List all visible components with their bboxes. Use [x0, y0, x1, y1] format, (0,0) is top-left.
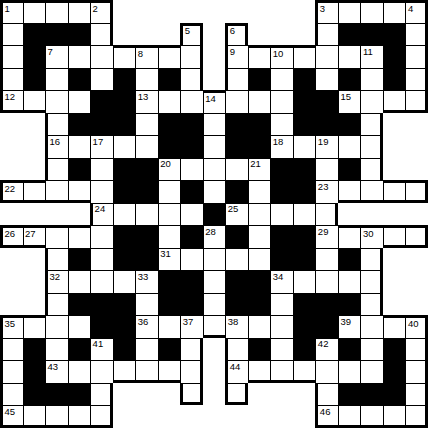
- white-cell-r10c2[interactable]: [45, 225, 68, 248]
- outside-area-r11c1: [23, 248, 46, 271]
- clue-number-27: 27: [25, 229, 36, 238]
- white-cell-r13c16[interactable]: [360, 293, 383, 316]
- black-cell-r5c4: [90, 113, 113, 136]
- white-cell-r15c0[interactable]: [0, 338, 23, 361]
- black-cell-r8c5: [113, 180, 136, 203]
- black-cell-r13c11: [248, 293, 271, 316]
- white-cell-r11c9[interactable]: [203, 248, 226, 271]
- clue-number-34: 34: [273, 272, 284, 281]
- white-cell-r16c10[interactable]: 44: [225, 360, 248, 383]
- outside-area-r18c6: [135, 405, 158, 428]
- white-cell-r3c14[interactable]: [315, 68, 338, 91]
- clue-number-29: 29: [318, 227, 329, 236]
- white-cell-r16c5[interactable]: [113, 360, 136, 383]
- outside-area-r16c9: [203, 360, 226, 383]
- white-cell-r4c0[interactable]: 12: [0, 90, 23, 113]
- black-cell-r13c3: [68, 293, 91, 316]
- white-cell-r11c7[interactable]: 31: [158, 248, 181, 271]
- white-cell-r0c3[interactable]: [68, 0, 91, 23]
- black-cell-r6c10: [225, 135, 248, 158]
- white-cell-r8c4[interactable]: [90, 180, 113, 203]
- white-cell-r7c2[interactable]: [45, 158, 68, 181]
- white-cell-r1c18[interactable]: [405, 23, 428, 46]
- white-cell-r9c10[interactable]: 25: [225, 203, 248, 226]
- white-cell-r4c12[interactable]: [270, 90, 293, 113]
- white-cell-r15c14[interactable]: 42: [315, 338, 338, 361]
- white-cell-r11c2[interactable]: [45, 248, 68, 271]
- outside-area-r1c11: [248, 23, 271, 46]
- black-cell-r11c6: [135, 248, 158, 271]
- clue-number-41: 41: [93, 339, 104, 348]
- white-cell-r2c0[interactable]: [0, 45, 23, 68]
- outside-area-r18c13: [293, 405, 316, 428]
- white-cell-r16c0[interactable]: [0, 360, 23, 383]
- white-cell-r12c12[interactable]: 34: [270, 270, 293, 293]
- black-cell-r12c10: [225, 270, 248, 293]
- white-cell-r14c15[interactable]: 39: [338, 315, 361, 338]
- black-cell-r7c6: [135, 158, 158, 181]
- white-cell-r2c3[interactable]: [68, 45, 91, 68]
- white-cell-r8c7[interactable]: [158, 180, 181, 203]
- white-cell-r18c18[interactable]: [405, 405, 428, 428]
- white-cell-r7c7[interactable]: 20: [158, 158, 181, 181]
- white-cell-r15c2[interactable]: [45, 338, 68, 361]
- white-cell-r4c11[interactable]: [248, 90, 271, 113]
- white-cell-r14c11[interactable]: [248, 315, 271, 338]
- white-cell-r4c1[interactable]: [23, 90, 46, 113]
- clue-number-3: 3: [320, 4, 325, 13]
- outside-area-r18c11: [248, 405, 271, 428]
- black-cell-r8c13: [293, 180, 316, 203]
- white-cell-r18c14[interactable]: 46: [315, 405, 338, 428]
- white-cell-r16c16[interactable]: [360, 360, 383, 383]
- white-cell-r4c8[interactable]: [180, 90, 203, 113]
- black-cell-r13c7: [158, 293, 181, 316]
- white-cell-r9c5[interactable]: [113, 203, 136, 226]
- outside-area-r9c2: [45, 203, 68, 226]
- white-cell-r18c16[interactable]: [360, 405, 383, 428]
- black-cell-r8c12: [270, 180, 293, 203]
- white-cell-r14c10[interactable]: 38: [225, 315, 248, 338]
- outside-area-r17c7: [158, 383, 181, 406]
- white-cell-r2c14[interactable]: [315, 45, 338, 68]
- black-cell-r15c11: [248, 338, 271, 361]
- clue-number-8: 8: [138, 49, 143, 58]
- white-cell-r9c13[interactable]: [293, 203, 316, 226]
- white-cell-r3c8[interactable]: [180, 68, 203, 91]
- white-cell-r14c17[interactable]: [383, 315, 406, 338]
- black-cell-r6c8: [180, 135, 203, 158]
- white-cell-r0c2[interactable]: [45, 0, 68, 23]
- black-cell-r2c17: [383, 45, 406, 68]
- white-cell-r0c16[interactable]: [360, 0, 383, 23]
- black-cell-r12c7: [158, 270, 181, 293]
- white-cell-r15c6[interactable]: [135, 338, 158, 361]
- white-cell-r18c1[interactable]: [23, 405, 46, 428]
- outside-area-r12c0: [0, 270, 23, 293]
- white-cell-r14c8[interactable]: 37: [180, 315, 203, 338]
- white-cell-r5c2[interactable]: [45, 113, 68, 136]
- clue-number-7: 7: [48, 47, 53, 56]
- white-cell-r10c1[interactable]: 27: [23, 225, 46, 248]
- white-cell-r7c14[interactable]: [315, 158, 338, 181]
- outside-area-r18c10: [225, 405, 248, 428]
- white-cell-r14c12[interactable]: [270, 315, 293, 338]
- white-cell-r15c16[interactable]: [360, 338, 383, 361]
- white-cell-r15c18[interactable]: [405, 338, 428, 361]
- white-cell-r0c4[interactable]: 2: [90, 0, 113, 23]
- white-cell-r15c4[interactable]: 41: [90, 338, 113, 361]
- white-cell-r12c13[interactable]: [293, 270, 316, 293]
- white-cell-r2c7[interactable]: [158, 45, 181, 68]
- white-cell-r14c7[interactable]: [158, 315, 181, 338]
- white-cell-r9c6[interactable]: [135, 203, 158, 226]
- black-cell-r17c15: [338, 383, 361, 406]
- clue-number-4: 4: [408, 4, 413, 13]
- white-cell-r6c2[interactable]: 16: [45, 135, 68, 158]
- white-cell-r16c8[interactable]: [180, 360, 203, 383]
- clue-number-31: 31: [160, 249, 171, 258]
- white-cell-r0c15[interactable]: [338, 0, 361, 23]
- white-cell-r1c14[interactable]: [315, 23, 338, 46]
- white-cell-r4c2[interactable]: [45, 90, 68, 113]
- outside-area-r7c0: [0, 158, 23, 181]
- white-cell-r3c12[interactable]: [270, 68, 293, 91]
- black-cell-r5c14: [315, 113, 338, 136]
- white-cell-r17c18[interactable]: [405, 383, 428, 406]
- white-cell-r18c2[interactable]: [45, 405, 68, 428]
- clue-number-38: 38: [228, 317, 239, 326]
- outside-area-r0c5: [113, 0, 136, 23]
- black-cell-r11c13: [293, 248, 316, 271]
- white-cell-r6c6[interactable]: [135, 135, 158, 158]
- white-cell-r16c14[interactable]: [315, 360, 338, 383]
- white-cell-r1c8[interactable]: 5: [180, 23, 203, 46]
- clue-number-25: 25: [228, 204, 239, 213]
- white-cell-r18c3[interactable]: [68, 405, 91, 428]
- white-cell-r10c16[interactable]: 30: [360, 225, 383, 248]
- white-cell-r1c0[interactable]: [0, 23, 23, 46]
- white-cell-r17c8[interactable]: [180, 383, 203, 406]
- white-cell-r3c16[interactable]: [360, 68, 383, 91]
- black-cell-r12c8: [180, 270, 203, 293]
- white-cell-r2c12[interactable]: 10: [270, 45, 293, 68]
- white-cell-r3c0[interactable]: [0, 68, 23, 91]
- outside-area-r9c18: [405, 203, 428, 226]
- white-cell-r10c7[interactable]: [158, 225, 181, 248]
- white-cell-r17c14[interactable]: [315, 383, 338, 406]
- white-cell-r12c4[interactable]: [90, 270, 113, 293]
- white-cell-r12c5[interactable]: [113, 270, 136, 293]
- clue-number-23: 23: [318, 182, 329, 191]
- white-cell-r6c9[interactable]: [203, 135, 226, 158]
- white-cell-r0c0[interactable]: 1: [0, 0, 23, 23]
- black-cell-r15c3: [68, 338, 91, 361]
- black-cell-r17c17: [383, 383, 406, 406]
- white-cell-r2c6[interactable]: 8: [135, 45, 158, 68]
- white-cell-r12c2[interactable]: 32: [45, 270, 68, 293]
- outside-area-r0c8: [180, 0, 203, 23]
- white-cell-r13c12[interactable]: [270, 293, 293, 316]
- white-cell-r9c8[interactable]: [180, 203, 203, 226]
- white-cell-r3c10[interactable]: [225, 68, 248, 91]
- outside-area-r12c1: [23, 270, 46, 293]
- outside-area-r0c11: [248, 0, 271, 23]
- white-cell-r8c17[interactable]: [383, 180, 406, 203]
- white-cell-r16c2[interactable]: 43: [45, 360, 68, 383]
- white-cell-r10c3[interactable]: [68, 225, 91, 248]
- white-cell-r13c2[interactable]: [45, 293, 68, 316]
- white-cell-r1c4[interactable]: [90, 23, 113, 46]
- black-cell-r8c10: [225, 180, 248, 203]
- white-cell-r4c6[interactable]: 13: [135, 90, 158, 113]
- white-cell-r9c11[interactable]: [248, 203, 271, 226]
- black-cell-r14c4: [90, 315, 113, 338]
- white-cell-r2c13[interactable]: [293, 45, 316, 68]
- white-cell-r7c9[interactable]: [203, 158, 226, 181]
- white-cell-r10c0[interactable]: 26: [0, 225, 23, 248]
- black-cell-r5c8: [180, 113, 203, 136]
- white-cell-r4c9[interactable]: 14: [203, 90, 226, 113]
- outside-area-r0c13: [293, 0, 316, 23]
- white-cell-r17c10[interactable]: [225, 383, 248, 406]
- black-cell-r7c3: [68, 158, 91, 181]
- white-cell-r4c17[interactable]: [383, 90, 406, 113]
- white-cell-r8c9[interactable]: [203, 180, 226, 203]
- white-cell-r6c12[interactable]: 18: [270, 135, 293, 158]
- white-cell-r9c12[interactable]: [270, 203, 293, 226]
- white-cell-r6c15[interactable]: [338, 135, 361, 158]
- white-cell-r10c18[interactable]: [405, 225, 428, 248]
- white-cell-r8c16[interactable]: [360, 180, 383, 203]
- white-cell-r11c14[interactable]: [315, 248, 338, 271]
- white-cell-r8c18[interactable]: [405, 180, 428, 203]
- clue-number-17: 17: [93, 137, 104, 146]
- white-cell-r12c3[interactable]: [68, 270, 91, 293]
- black-cell-r14c5: [113, 315, 136, 338]
- white-cell-r7c4[interactable]: [90, 158, 113, 181]
- white-cell-r2c2[interactable]: 7: [45, 45, 68, 68]
- white-cell-r17c0[interactable]: [0, 383, 23, 406]
- black-cell-r10c12: [270, 225, 293, 248]
- white-cell-r10c4[interactable]: [90, 225, 113, 248]
- white-cell-r3c6[interactable]: [135, 68, 158, 91]
- white-cell-r12c9[interactable]: [203, 270, 226, 293]
- black-cell-r4c13: [293, 90, 316, 113]
- white-cell-r8c2[interactable]: [45, 180, 68, 203]
- white-cell-r9c7[interactable]: [158, 203, 181, 226]
- white-cell-r6c13[interactable]: [293, 135, 316, 158]
- black-cell-r12c11: [248, 270, 271, 293]
- black-cell-r15c13: [293, 338, 316, 361]
- clue-number-15: 15: [340, 92, 351, 101]
- black-cell-r13c15: [338, 293, 361, 316]
- white-cell-r13c6[interactable]: [135, 293, 158, 316]
- black-cell-r17c1: [23, 383, 46, 406]
- white-cell-r12c15[interactable]: [338, 270, 361, 293]
- white-cell-r7c10[interactable]: [225, 158, 248, 181]
- white-cell-r0c17[interactable]: [383, 0, 406, 23]
- black-cell-r14c13: [293, 315, 316, 338]
- white-cell-r2c4[interactable]: [90, 45, 113, 68]
- white-cell-r14c3[interactable]: [68, 315, 91, 338]
- clue-number-37: 37: [183, 317, 194, 326]
- black-cell-r10c8: [180, 225, 203, 248]
- white-cell-r16c13[interactable]: [293, 360, 316, 383]
- white-cell-r8c0[interactable]: 22: [0, 180, 23, 203]
- white-cell-r1c10[interactable]: 6: [225, 23, 248, 46]
- white-cell-r16c12[interactable]: [270, 360, 293, 383]
- white-cell-r15c8[interactable]: [180, 338, 203, 361]
- white-cell-r15c10[interactable]: [225, 338, 248, 361]
- black-cell-r5c10: [225, 113, 248, 136]
- white-cell-r8c1[interactable]: [23, 180, 46, 203]
- white-cell-r18c0[interactable]: 45: [0, 405, 23, 428]
- white-cell-r3c2[interactable]: [45, 68, 68, 91]
- white-cell-r4c7[interactable]: [158, 90, 181, 113]
- white-cell-r16c3[interactable]: [68, 360, 91, 383]
- white-cell-r14c1[interactable]: [23, 315, 46, 338]
- white-cell-r12c6[interactable]: 33: [135, 270, 158, 293]
- black-cell-r7c12: [270, 158, 293, 181]
- clue-number-20: 20: [160, 159, 171, 168]
- white-cell-r11c10[interactable]: [225, 248, 248, 271]
- clue-number-24: 24: [95, 204, 106, 213]
- white-cell-r2c5[interactable]: [113, 45, 136, 68]
- white-cell-r16c7[interactable]: [158, 360, 181, 383]
- white-cell-r12c14[interactable]: [315, 270, 338, 293]
- white-cell-r2c18[interactable]: [405, 45, 428, 68]
- white-cell-r14c18[interactable]: 40: [405, 315, 428, 338]
- black-cell-r3c13: [293, 68, 316, 91]
- white-cell-r3c4[interactable]: [90, 68, 113, 91]
- white-cell-r4c16[interactable]: [360, 90, 383, 113]
- white-cell-r6c14[interactable]: 19: [315, 135, 338, 158]
- white-cell-r10c9[interactable]: 28: [203, 225, 226, 248]
- outside-area-r17c13: [293, 383, 316, 406]
- clue-number-11: 11: [363, 47, 373, 56]
- white-cell-r6c3[interactable]: [68, 135, 91, 158]
- white-cell-r7c11[interactable]: 21: [248, 158, 271, 181]
- clue-number-22: 22: [5, 184, 16, 193]
- white-cell-r8c15[interactable]: [338, 180, 361, 203]
- black-cell-r5c15: [338, 113, 361, 136]
- black-cell-r5c13: [293, 113, 316, 136]
- white-cell-r5c12[interactable]: [270, 113, 293, 136]
- black-cell-r3c1: [23, 68, 46, 91]
- outside-area-r9c16: [360, 203, 383, 226]
- white-cell-r16c18[interactable]: [405, 360, 428, 383]
- outside-area-r17c5: [113, 383, 136, 406]
- white-cell-r14c0[interactable]: 35: [0, 315, 23, 338]
- clue-number-45: 45: [5, 407, 16, 416]
- white-cell-r0c1[interactable]: [23, 0, 46, 23]
- white-cell-r2c8[interactable]: [180, 45, 203, 68]
- outside-area-r9c1: [23, 203, 46, 226]
- clue-number-18: 18: [273, 137, 284, 146]
- white-cell-r2c11[interactable]: [248, 45, 271, 68]
- white-cell-r4c18[interactable]: [405, 90, 428, 113]
- black-cell-r17c3: [68, 383, 91, 406]
- white-cell-r11c11[interactable]: [248, 248, 271, 271]
- outside-area-r15c9: [203, 338, 226, 361]
- black-cell-r2c1: [23, 45, 46, 68]
- white-cell-r5c6[interactable]: [135, 113, 158, 136]
- white-cell-r11c16[interactable]: [360, 248, 383, 271]
- outside-area-r0c9: [203, 0, 226, 23]
- white-cell-r11c4[interactable]: [90, 248, 113, 271]
- clue-number-36: 36: [138, 317, 149, 326]
- clue-number-19: 19: [318, 137, 329, 146]
- white-cell-r13c9[interactable]: [203, 293, 226, 316]
- outside-area-r5c17: [383, 113, 406, 136]
- clue-number-16: 16: [50, 137, 61, 146]
- white-cell-r16c11[interactable]: [248, 360, 271, 383]
- white-cell-r2c10[interactable]: 9: [225, 45, 248, 68]
- white-cell-r10c11[interactable]: [248, 225, 271, 248]
- white-cell-r9c14[interactable]: [315, 203, 338, 226]
- white-cell-r8c3[interactable]: [68, 180, 91, 203]
- black-cell-r13c14: [315, 293, 338, 316]
- white-cell-r18c17[interactable]: [383, 405, 406, 428]
- outside-area-r5c18: [405, 113, 428, 136]
- outside-area-r7c17: [383, 158, 406, 181]
- white-cell-r0c18[interactable]: 4: [405, 0, 428, 23]
- white-cell-r14c9[interactable]: [203, 315, 226, 338]
- white-cell-r9c4[interactable]: 24: [90, 203, 113, 226]
- white-cell-r10c14[interactable]: 29: [315, 225, 338, 248]
- white-cell-r8c14[interactable]: 23: [315, 180, 338, 203]
- white-cell-r2c15[interactable]: [338, 45, 361, 68]
- white-cell-r4c3[interactable]: [68, 90, 91, 113]
- white-cell-r15c12[interactable]: [270, 338, 293, 361]
- white-cell-r16c4[interactable]: [90, 360, 113, 383]
- white-cell-r17c4[interactable]: [90, 383, 113, 406]
- outside-area-r18c12: [270, 405, 293, 428]
- white-cell-r11c8[interactable]: [180, 248, 203, 271]
- white-cell-r5c9[interactable]: [203, 113, 226, 136]
- white-cell-r5c16[interactable]: [360, 113, 383, 136]
- white-cell-r18c15[interactable]: [338, 405, 361, 428]
- outside-area-r0c12: [270, 0, 293, 23]
- white-cell-r3c18[interactable]: [405, 68, 428, 91]
- white-cell-r7c8[interactable]: [180, 158, 203, 181]
- white-cell-r6c4[interactable]: 17: [90, 135, 113, 158]
- white-cell-r14c6[interactable]: 36: [135, 315, 158, 338]
- white-cell-r18c4[interactable]: [90, 405, 113, 428]
- white-cell-r16c6[interactable]: [135, 360, 158, 383]
- outside-area-r17c6: [135, 383, 158, 406]
- white-cell-r4c15[interactable]: 15: [338, 90, 361, 113]
- outside-area-r11c0: [0, 248, 23, 271]
- white-cell-r7c16[interactable]: [360, 158, 383, 181]
- white-cell-r8c11[interactable]: [248, 180, 271, 203]
- white-cell-r10c17[interactable]: [383, 225, 406, 248]
- black-cell-r17c16: [360, 383, 383, 406]
- white-cell-r2c16[interactable]: 11: [360, 45, 383, 68]
- outside-area-r1c12: [270, 23, 293, 46]
- white-cell-r16c15[interactable]: [338, 360, 361, 383]
- white-cell-r6c16[interactable]: [360, 135, 383, 158]
- white-cell-r10c15[interactable]: [338, 225, 361, 248]
- white-cell-r0c14[interactable]: 3: [315, 0, 338, 23]
- white-cell-r6c5[interactable]: [113, 135, 136, 158]
- white-cell-r4c10[interactable]: [225, 90, 248, 113]
- white-cell-r14c2[interactable]: [45, 315, 68, 338]
- white-cell-r12c16[interactable]: [360, 270, 383, 293]
- white-cell-r14c16[interactable]: [360, 315, 383, 338]
- outside-area-r6c18: [405, 135, 428, 158]
